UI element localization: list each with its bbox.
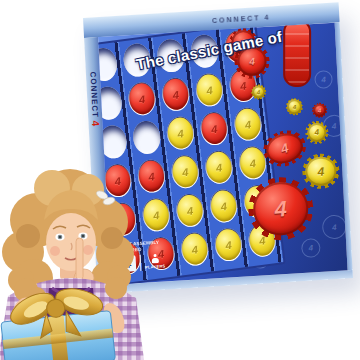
box-top-logo: CONNECT 4 <box>212 13 271 24</box>
hole: 4 <box>194 72 225 108</box>
cell-r2c1 <box>98 83 126 124</box>
cell-r5c3: 4 <box>172 190 207 231</box>
hole: 4 <box>208 188 239 224</box>
product-photo: CONNECT 4 CONNECT 4 4 4 4 4 4 4444444444… <box>0 0 360 360</box>
watermark-coin: 4 <box>314 70 333 89</box>
cell-r4c3: 4 <box>168 151 203 192</box>
hole: 4 <box>204 149 235 185</box>
red-disc: 4 <box>128 82 157 116</box>
medium-yellow-coin: 4 <box>307 122 327 142</box>
watermark-coin: 4 <box>301 238 321 258</box>
yellow-disc: 4 <box>214 228 243 262</box>
cell-r2c3: 4 <box>158 74 193 115</box>
red-disc: 4 <box>161 77 190 111</box>
yellow-disc: 4 <box>234 107 263 141</box>
hole: 4 <box>170 154 201 190</box>
players-label: PLAYERS <box>145 264 166 270</box>
small-red-coin: 4 <box>313 103 327 117</box>
hole: 4 <box>232 106 263 142</box>
cell-r1c1 <box>98 44 121 85</box>
small-yellow-coin: 4 <box>252 85 266 99</box>
cell-r3c4: 4 <box>197 108 232 149</box>
spine-number: 4 <box>90 120 101 126</box>
red-disc: 4 <box>200 112 229 146</box>
hole <box>131 119 162 155</box>
large-yellow-coin: 4 <box>305 156 337 187</box>
yellow-disc: 4 <box>209 189 238 223</box>
watermark-coin: 4 <box>322 214 347 239</box>
face <box>46 213 96 271</box>
spine-title: CONNECT <box>88 71 99 118</box>
cell-r2c4: 4 <box>192 70 227 111</box>
hole: 4 <box>165 115 196 151</box>
small-yellow-coin: 4 <box>287 99 303 115</box>
cell-r3c2 <box>129 117 164 158</box>
cell-r4c4: 4 <box>201 147 236 188</box>
yellow-disc: 4 <box>166 116 195 150</box>
giant-red-coin: 4 <box>252 181 310 237</box>
hole: 4 <box>175 192 206 228</box>
yellow-disc: 4 <box>171 155 200 189</box>
yellow-disc: 4 <box>195 73 224 107</box>
yellow-disc: 4 <box>176 193 205 227</box>
cell-r5c4: 4 <box>206 186 241 227</box>
hole: 4 <box>127 81 158 117</box>
child-photo <box>0 162 147 360</box>
hole: 4 <box>160 76 191 112</box>
yellow-disc: 4 <box>205 150 234 184</box>
hole <box>98 85 124 121</box>
cell-r2c2: 4 <box>124 78 159 119</box>
player-icon <box>151 254 158 263</box>
hole: 4 <box>213 226 244 262</box>
cell-r6c4: 4 <box>211 224 246 265</box>
hole <box>98 46 119 82</box>
cell-r3c3: 4 <box>163 113 198 154</box>
hole: 4 <box>199 110 230 146</box>
cell-r3c5: 4 <box>230 104 265 145</box>
